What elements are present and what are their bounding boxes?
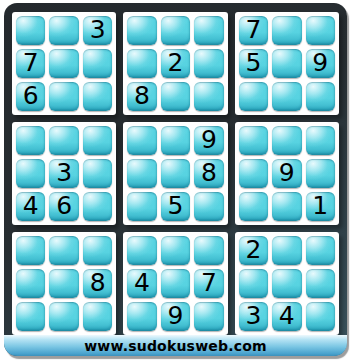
cell-r6c2[interactable]: 6 — [49, 192, 78, 221]
given-digit: 3 — [245, 303, 261, 328]
cell-r5c4[interactable] — [127, 159, 156, 188]
box-5: 985 — [123, 122, 227, 225]
cell-r7c4[interactable] — [127, 236, 156, 265]
cell-r7c2[interactable] — [49, 236, 78, 265]
cell-r2c7[interactable]: 5 — [239, 49, 268, 78]
box-6: 91 — [235, 122, 339, 225]
cell-r9c9[interactable] — [306, 302, 335, 331]
cell-r8c6[interactable]: 7 — [194, 269, 223, 298]
cell-r1c1[interactable] — [16, 16, 45, 45]
given-digit: 5 — [168, 193, 184, 218]
cell-r2c1[interactable]: 7 — [16, 49, 45, 78]
cell-r4c7[interactable] — [239, 126, 268, 155]
cell-r4c1[interactable] — [16, 126, 45, 155]
cell-r7c3[interactable] — [83, 236, 112, 265]
cell-r2c8[interactable] — [272, 49, 301, 78]
given-digit: 1 — [312, 193, 328, 218]
given-digit: 7 — [201, 270, 217, 295]
cell-r6c1[interactable]: 4 — [16, 192, 45, 221]
box-4: 346 — [12, 122, 116, 225]
given-digit: 9 — [168, 303, 184, 328]
cell-r8c7[interactable] — [239, 269, 268, 298]
cell-r6c3[interactable] — [83, 192, 112, 221]
cell-r5c2[interactable]: 3 — [49, 159, 78, 188]
cell-r7c7[interactable]: 2 — [239, 236, 268, 265]
cell-r8c3[interactable]: 8 — [83, 269, 112, 298]
cell-r8c4[interactable]: 4 — [127, 269, 156, 298]
given-digit: 4 — [279, 303, 295, 328]
footer-bar: www.sudokusweb.com — [4, 335, 347, 356]
box-9: 234 — [235, 232, 339, 335]
cell-r9c2[interactable] — [49, 302, 78, 331]
cell-r9c6[interactable] — [194, 302, 223, 331]
cell-r1c4[interactable] — [127, 16, 156, 45]
box-3: 759 — [235, 12, 339, 115]
footer-site-link[interactable]: www.sudokusweb.com — [84, 338, 267, 354]
cell-r9c5[interactable]: 9 — [161, 302, 190, 331]
given-digit: 6 — [56, 193, 72, 218]
cell-r4c3[interactable] — [83, 126, 112, 155]
given-digit: 4 — [23, 193, 39, 218]
cell-r1c9[interactable] — [306, 16, 335, 45]
cell-r3c3[interactable] — [83, 82, 112, 111]
given-digit: 5 — [245, 50, 261, 75]
cell-r1c6[interactable] — [194, 16, 223, 45]
cell-r1c7[interactable]: 7 — [239, 16, 268, 45]
cell-r6c5[interactable]: 5 — [161, 192, 190, 221]
cell-r3c5[interactable] — [161, 82, 190, 111]
cell-r7c5[interactable] — [161, 236, 190, 265]
page-background: 37628759346985918479234 www.sudokusweb.c… — [0, 0, 350, 360]
cell-r5c5[interactable] — [161, 159, 190, 188]
box-1: 376 — [12, 12, 116, 115]
cell-r6c4[interactable] — [127, 192, 156, 221]
cell-r8c9[interactable] — [306, 269, 335, 298]
box-8: 479 — [123, 232, 227, 335]
cell-r3c2[interactable] — [49, 82, 78, 111]
cell-r4c8[interactable] — [272, 126, 301, 155]
cell-r4c6[interactable]: 9 — [194, 126, 223, 155]
cell-r6c9[interactable]: 1 — [306, 192, 335, 221]
given-digit: 2 — [245, 237, 261, 262]
cell-r7c9[interactable] — [306, 236, 335, 265]
cell-r8c8[interactable] — [272, 269, 301, 298]
cell-r4c4[interactable] — [127, 126, 156, 155]
cell-r2c9[interactable]: 9 — [306, 49, 335, 78]
cell-r2c3[interactable] — [83, 49, 112, 78]
cell-r3c6[interactable] — [194, 82, 223, 111]
cell-r7c6[interactable] — [194, 236, 223, 265]
cell-r2c2[interactable] — [49, 49, 78, 78]
cell-r9c4[interactable] — [127, 302, 156, 331]
given-digit: 8 — [134, 83, 150, 108]
given-digit: 7 — [23, 50, 39, 75]
given-digit: 7 — [245, 17, 261, 42]
cell-r5c3[interactable] — [83, 159, 112, 188]
given-digit: 9 — [201, 127, 217, 152]
given-digit: 8 — [201, 160, 217, 185]
given-digit: 9 — [312, 50, 328, 75]
cell-r4c5[interactable] — [161, 126, 190, 155]
given-digit: 3 — [90, 17, 106, 42]
cell-r5c8[interactable]: 9 — [272, 159, 301, 188]
cell-r8c5[interactable] — [161, 269, 190, 298]
cell-r8c2[interactable] — [49, 269, 78, 298]
sudoku-board: 37628759346985918479234 www.sudokusweb.c… — [4, 3, 347, 356]
cell-r3c8[interactable] — [272, 82, 301, 111]
cell-r9c7[interactable]: 3 — [239, 302, 268, 331]
cell-r2c4[interactable] — [127, 49, 156, 78]
box-2: 28 — [123, 12, 227, 115]
cell-r6c8[interactable] — [272, 192, 301, 221]
given-digit: 4 — [134, 270, 150, 295]
given-digit: 8 — [90, 270, 106, 295]
cell-r2c5[interactable]: 2 — [161, 49, 190, 78]
cell-r4c9[interactable] — [306, 126, 335, 155]
cell-r3c4[interactable]: 8 — [127, 82, 156, 111]
cell-r5c7[interactable] — [239, 159, 268, 188]
cell-r3c9[interactable] — [306, 82, 335, 111]
given-digit: 3 — [56, 160, 72, 185]
cell-r2c6[interactable] — [194, 49, 223, 78]
cell-r1c5[interactable] — [161, 16, 190, 45]
cell-r3c7[interactable] — [239, 82, 268, 111]
cell-r8c1[interactable] — [16, 269, 45, 298]
cell-r3c1[interactable]: 6 — [16, 82, 45, 111]
cell-r6c6[interactable] — [194, 192, 223, 221]
box-7: 8 — [12, 232, 116, 335]
cell-r6c7[interactable] — [239, 192, 268, 221]
cell-r7c8[interactable] — [272, 236, 301, 265]
sudoku-grid: 37628759346985918479234 — [12, 12, 339, 335]
given-digit: 6 — [23, 83, 39, 108]
cell-r9c3[interactable] — [83, 302, 112, 331]
cell-r9c1[interactable] — [16, 302, 45, 331]
cell-r1c2[interactable] — [49, 16, 78, 45]
cell-r7c1[interactable] — [16, 236, 45, 265]
cell-r5c6[interactable]: 8 — [194, 159, 223, 188]
cell-r5c9[interactable] — [306, 159, 335, 188]
cell-r9c8[interactable]: 4 — [272, 302, 301, 331]
cell-r1c8[interactable] — [272, 16, 301, 45]
given-digit: 2 — [168, 50, 184, 75]
cell-r4c2[interactable] — [49, 126, 78, 155]
cell-r5c1[interactable] — [16, 159, 45, 188]
cell-r1c3[interactable]: 3 — [83, 16, 112, 45]
given-digit: 9 — [279, 160, 295, 185]
